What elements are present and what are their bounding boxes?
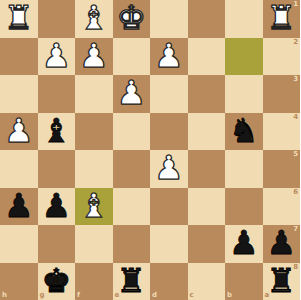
- square-b6[interactable]: [225, 188, 263, 226]
- square-a5[interactable]: 5: [263, 150, 301, 188]
- piece-white-pawn[interactable]: ♟: [116, 76, 146, 109]
- square-f2[interactable]: ♟: [75, 38, 113, 76]
- square-e1[interactable]: ♚: [113, 0, 151, 38]
- square-h2[interactable]: [0, 38, 38, 76]
- square-g5[interactable]: [38, 150, 76, 188]
- square-g6[interactable]: ♟: [38, 188, 76, 226]
- square-c5[interactable]: [188, 150, 226, 188]
- square-d5[interactable]: ♟: [150, 150, 188, 188]
- square-e4[interactable]: [113, 113, 151, 151]
- square-a7[interactable]: 7♟: [263, 225, 301, 263]
- square-b5[interactable]: [225, 150, 263, 188]
- square-f8[interactable]: f: [75, 263, 113, 300]
- piece-black-pawn[interactable]: ♟: [4, 189, 34, 222]
- square-e3[interactable]: ♟: [113, 75, 151, 113]
- square-f1[interactable]: ♝: [75, 0, 113, 38]
- square-g4[interactable]: ♝: [38, 113, 76, 151]
- file-label-d: d: [152, 292, 157, 299]
- square-a8[interactable]: 8a♜: [263, 263, 301, 300]
- file-label-f: f: [77, 292, 80, 299]
- square-g8[interactable]: g♚: [38, 263, 76, 300]
- square-c4[interactable]: [188, 113, 226, 151]
- square-g3[interactable]: [38, 75, 76, 113]
- square-d6[interactable]: [150, 188, 188, 226]
- square-b7[interactable]: ♟: [225, 225, 263, 263]
- square-g7[interactable]: [38, 225, 76, 263]
- piece-white-pawn[interactable]: ♟: [41, 39, 71, 72]
- chess-board: ♜♝♚1♜♟♟♟2♟3♟♝♞4♟5♟♟♝6♟7♟hg♚fe♜dcb8a♜: [0, 0, 300, 300]
- square-c7[interactable]: [188, 225, 226, 263]
- square-g1[interactable]: [38, 0, 76, 38]
- square-d2[interactable]: ♟: [150, 38, 188, 76]
- square-d4[interactable]: [150, 113, 188, 151]
- file-label-b: b: [227, 292, 232, 299]
- piece-black-king[interactable]: ♚: [41, 264, 71, 297]
- square-d7[interactable]: [150, 225, 188, 263]
- square-f6[interactable]: ♝: [75, 188, 113, 226]
- piece-white-bishop[interactable]: ♝: [79, 1, 109, 34]
- piece-black-rook[interactable]: ♜: [116, 264, 146, 297]
- piece-black-bishop[interactable]: ♝: [41, 114, 71, 147]
- piece-black-pawn[interactable]: ♟: [229, 226, 259, 259]
- rank-label-3: 3: [293, 76, 298, 83]
- square-c3[interactable]: [188, 75, 226, 113]
- square-f4[interactable]: [75, 113, 113, 151]
- rank-label-2: 2: [293, 39, 298, 46]
- square-b8[interactable]: b: [225, 263, 263, 300]
- square-h6[interactable]: ♟: [0, 188, 38, 226]
- piece-white-pawn[interactable]: ♟: [154, 151, 184, 184]
- rank-label-6: 6: [293, 189, 298, 196]
- square-a6[interactable]: 6: [263, 188, 301, 226]
- file-label-c: c: [190, 292, 194, 299]
- square-d1[interactable]: [150, 0, 188, 38]
- piece-black-knight[interactable]: ♞: [229, 114, 259, 147]
- square-g2[interactable]: ♟: [38, 38, 76, 76]
- square-f3[interactable]: [75, 75, 113, 113]
- square-c1[interactable]: [188, 0, 226, 38]
- square-a1[interactable]: 1♜: [263, 0, 301, 38]
- piece-black-rook[interactable]: ♜: [266, 264, 296, 297]
- square-a4[interactable]: 4: [263, 113, 301, 151]
- rank-label-4: 4: [293, 114, 298, 121]
- square-b4[interactable]: ♞: [225, 113, 263, 151]
- piece-white-rook[interactable]: ♜: [266, 1, 296, 34]
- square-e8[interactable]: e♜: [113, 263, 151, 300]
- square-c8[interactable]: c: [188, 263, 226, 300]
- square-h8[interactable]: h: [0, 263, 38, 300]
- piece-black-pawn[interactable]: ♟: [41, 189, 71, 222]
- square-b2[interactable]: [225, 38, 263, 76]
- board-wrap: ♜♝♚1♜♟♟♟2♟3♟♝♞4♟5♟♟♝6♟7♟hg♚fe♜dcb8a♜: [0, 0, 300, 300]
- square-e7[interactable]: [113, 225, 151, 263]
- square-c6[interactable]: [188, 188, 226, 226]
- square-e5[interactable]: [113, 150, 151, 188]
- piece-black-pawn[interactable]: ♟: [266, 226, 296, 259]
- file-label-h: h: [2, 292, 7, 299]
- square-f7[interactable]: [75, 225, 113, 263]
- piece-white-pawn[interactable]: ♟: [154, 39, 184, 72]
- piece-white-pawn[interactable]: ♟: [4, 114, 34, 147]
- rank-label-5: 5: [293, 151, 298, 158]
- piece-white-king[interactable]: ♚: [116, 1, 146, 34]
- square-h5[interactable]: [0, 150, 38, 188]
- square-d8[interactable]: d: [150, 263, 188, 300]
- square-a3[interactable]: 3: [263, 75, 301, 113]
- piece-white-rook[interactable]: ♜: [4, 1, 34, 34]
- square-d3[interactable]: [150, 75, 188, 113]
- square-h7[interactable]: [0, 225, 38, 263]
- square-e6[interactable]: [113, 188, 151, 226]
- square-b1[interactable]: [225, 0, 263, 38]
- square-h4[interactable]: ♟: [0, 113, 38, 151]
- square-b3[interactable]: [225, 75, 263, 113]
- square-a2[interactable]: 2: [263, 38, 301, 76]
- square-f5[interactable]: [75, 150, 113, 188]
- square-e2[interactable]: [113, 38, 151, 76]
- square-h3[interactable]: [0, 75, 38, 113]
- square-c2[interactable]: [188, 38, 226, 76]
- piece-white-pawn[interactable]: ♟: [79, 39, 109, 72]
- square-h1[interactable]: ♜: [0, 0, 38, 38]
- piece-white-bishop[interactable]: ♝: [79, 189, 109, 222]
